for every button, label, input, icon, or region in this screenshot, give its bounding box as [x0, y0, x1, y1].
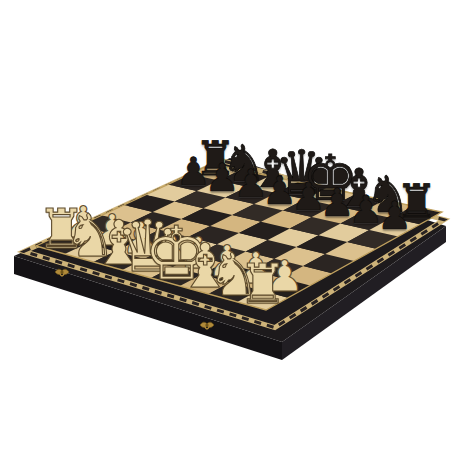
chess-board [0, 0, 452, 452]
chess-set-photo: ♜♞♝♛♚♝♞♜♟♟♟♟♟♟♟♟♟♟♟♟♟♟♟♟♜♞♝♛♚♝♞♜ [0, 0, 452, 452]
